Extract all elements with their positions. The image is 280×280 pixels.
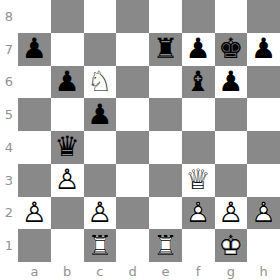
black-pawn-glyph: ♟	[18, 33, 51, 66]
white-king-fill: ♚	[215, 229, 248, 262]
piece-black-queen: ♛	[51, 131, 84, 164]
square-g4[interactable]	[215, 131, 248, 164]
piece-black-pawn: ♟	[84, 98, 117, 131]
black-pawn-glyph: ♟	[182, 33, 215, 66]
piece-black-bishop: ♝	[182, 66, 215, 99]
square-e6[interactable]	[149, 66, 182, 99]
square-f6[interactable]: ♝	[182, 66, 215, 99]
piece-white-pawn: ♟♙	[247, 197, 280, 230]
square-f7[interactable]: ♟	[182, 33, 215, 66]
piece-white-pawn: ♟♙	[84, 197, 117, 230]
white-knight-glyph: ♘	[84, 66, 117, 99]
square-a8[interactable]	[18, 0, 51, 33]
piece-white-pawn: ♟♙	[182, 197, 215, 230]
square-a1[interactable]	[18, 229, 51, 262]
piece-black-king: ♚	[215, 33, 248, 66]
square-h7[interactable]: ♟	[247, 33, 280, 66]
square-b6[interactable]: ♟	[51, 66, 84, 99]
square-c3[interactable]	[84, 164, 117, 197]
white-pawn-glyph: ♙	[215, 197, 248, 230]
black-pawn-glyph: ♟	[215, 66, 248, 99]
rank-label-7: 7	[0, 33, 18, 66]
white-rook-glyph: ♖	[149, 229, 182, 262]
white-knight-fill: ♞	[84, 66, 117, 99]
piece-black-pawn: ♟	[182, 33, 215, 66]
white-pawn-fill: ♟	[247, 197, 280, 230]
square-c4[interactable]	[84, 131, 117, 164]
file-label-c: c	[84, 262, 117, 280]
square-b2[interactable]	[51, 197, 84, 230]
square-g1[interactable]: ♚♔	[215, 229, 248, 262]
white-rook-fill: ♜	[84, 229, 117, 262]
rank-label-1: 1	[0, 229, 18, 262]
file-label-b: b	[51, 262, 84, 280]
piece-black-pawn: ♟	[215, 66, 248, 99]
white-pawn-fill: ♟	[18, 197, 51, 230]
piece-black-pawn: ♟	[51, 66, 84, 99]
square-d2[interactable]	[116, 197, 149, 230]
square-a5[interactable]	[18, 98, 51, 131]
piece-white-pawn: ♟♙	[51, 164, 84, 197]
piece-white-pawn: ♟♙	[18, 197, 51, 230]
square-e7[interactable]: ♜	[149, 33, 182, 66]
file-label-a: a	[18, 262, 51, 280]
square-d6[interactable]	[116, 66, 149, 99]
black-bishop-glyph: ♝	[182, 66, 215, 99]
file-label-d: d	[116, 262, 149, 280]
square-c5[interactable]: ♟	[84, 98, 117, 131]
square-b7[interactable]	[51, 33, 84, 66]
chess-diagram: 87654321 ♟♜♟♚♟♟♞♘♝♟♟♛♟♙♛♕♟♙♟♙♟♙♟♙♟♙♜♖♜♖♚…	[0, 0, 280, 280]
square-h4[interactable]	[247, 131, 280, 164]
square-h8[interactable]	[247, 0, 280, 33]
white-pawn-glyph: ♙	[247, 197, 280, 230]
rank-label-8: 8	[0, 0, 18, 33]
square-g7[interactable]: ♚	[215, 33, 248, 66]
square-d4[interactable]	[116, 131, 149, 164]
rank-label-2: 2	[0, 197, 18, 230]
black-pawn-glyph: ♟	[84, 98, 117, 131]
white-pawn-fill: ♟	[215, 197, 248, 230]
square-d5[interactable]	[116, 98, 149, 131]
white-queen-fill: ♛	[182, 164, 215, 197]
piece-white-rook: ♜♖	[84, 229, 117, 262]
square-a6[interactable]	[18, 66, 51, 99]
square-b8[interactable]	[51, 0, 84, 33]
square-d8[interactable]	[116, 0, 149, 33]
square-h5[interactable]	[247, 98, 280, 131]
white-pawn-fill: ♟	[84, 197, 117, 230]
square-h6[interactable]	[247, 66, 280, 99]
rank-label-6: 6	[0, 66, 18, 99]
square-h3[interactable]	[247, 164, 280, 197]
file-label-f: f	[182, 262, 215, 280]
square-b4[interactable]: ♛	[51, 131, 84, 164]
square-e8[interactable]	[149, 0, 182, 33]
white-pawn-glyph: ♙	[51, 164, 84, 197]
square-b1[interactable]	[51, 229, 84, 262]
square-e3[interactable]	[149, 164, 182, 197]
white-pawn-fill: ♟	[182, 197, 215, 230]
white-pawn-fill: ♟	[51, 164, 84, 197]
square-f2[interactable]: ♟♙	[182, 197, 215, 230]
square-g6[interactable]: ♟	[215, 66, 248, 99]
piece-black-pawn: ♟	[18, 33, 51, 66]
square-g2[interactable]: ♟♙	[215, 197, 248, 230]
file-label-g: g	[215, 262, 248, 280]
square-f1[interactable]	[182, 229, 215, 262]
square-a4[interactable]	[18, 131, 51, 164]
white-king-glyph: ♔	[215, 229, 248, 262]
square-b3[interactable]: ♟♙	[51, 164, 84, 197]
square-h2[interactable]: ♟♙	[247, 197, 280, 230]
white-pawn-glyph: ♙	[18, 197, 51, 230]
rank-labels: 87654321	[0, 0, 18, 262]
rank-label-3: 3	[0, 164, 18, 197]
file-labels: abcdefgh	[18, 262, 280, 280]
white-rook-glyph: ♖	[84, 229, 117, 262]
square-e5[interactable]	[149, 98, 182, 131]
square-a3[interactable]	[18, 164, 51, 197]
chess-board: ♟♜♟♚♟♟♞♘♝♟♟♛♟♙♛♕♟♙♟♙♟♙♟♙♟♙♜♖♜♖♚♔	[18, 0, 280, 262]
square-d7[interactable]	[116, 33, 149, 66]
white-rook-fill: ♜	[149, 229, 182, 262]
square-c1[interactable]: ♜♖	[84, 229, 117, 262]
file-label-e: e	[149, 262, 182, 280]
square-a2[interactable]: ♟♙	[18, 197, 51, 230]
black-pawn-glyph: ♟	[247, 33, 280, 66]
square-e4[interactable]	[149, 131, 182, 164]
square-a7[interactable]: ♟	[18, 33, 51, 66]
piece-white-king: ♚♔	[215, 229, 248, 262]
piece-black-pawn: ♟	[247, 33, 280, 66]
piece-white-pawn: ♟♙	[215, 197, 248, 230]
piece-black-rook: ♜	[149, 33, 182, 66]
black-pawn-glyph: ♟	[51, 66, 84, 99]
square-b5[interactable]	[51, 98, 84, 131]
square-g5[interactable]	[215, 98, 248, 131]
black-king-glyph: ♚	[215, 33, 248, 66]
rank-label-4: 4	[0, 131, 18, 164]
square-g3[interactable]	[215, 164, 248, 197]
white-pawn-glyph: ♙	[182, 197, 215, 230]
square-f4[interactable]	[182, 131, 215, 164]
square-c6[interactable]: ♞♘	[84, 66, 117, 99]
black-queen-glyph: ♛	[51, 131, 84, 164]
piece-white-rook: ♜♖	[149, 229, 182, 262]
square-e2[interactable]	[149, 197, 182, 230]
piece-white-queen: ♛♕	[182, 164, 215, 197]
rank-label-5: 5	[0, 98, 18, 131]
square-c7[interactable]	[84, 33, 117, 66]
square-f5[interactable]	[182, 98, 215, 131]
square-f3[interactable]: ♛♕	[182, 164, 215, 197]
piece-white-knight: ♞♘	[84, 66, 117, 99]
white-queen-glyph: ♕	[182, 164, 215, 197]
file-label-h: h	[247, 262, 280, 280]
square-c8[interactable]	[84, 0, 117, 33]
square-c2[interactable]: ♟♙	[84, 197, 117, 230]
black-rook-glyph: ♜	[149, 33, 182, 66]
square-h1[interactable]	[247, 229, 280, 262]
square-d3[interactable]	[116, 164, 149, 197]
square-f8[interactable]	[182, 0, 215, 33]
square-d1[interactable]	[116, 229, 149, 262]
square-g8[interactable]	[215, 0, 248, 33]
white-pawn-glyph: ♙	[84, 197, 117, 230]
square-e1[interactable]: ♜♖	[149, 229, 182, 262]
